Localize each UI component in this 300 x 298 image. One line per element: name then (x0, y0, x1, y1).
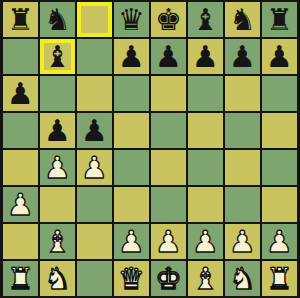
piece-white-bishop-b2[interactable]: ♝ (44, 224, 71, 259)
piece-white-pawn-f2[interactable]: ♟ (192, 224, 219, 259)
square-d3[interactable] (114, 187, 149, 222)
chess-board: ♜♞♛♚♝♞♜♝♟♟♟♟♟♟♟♟♟♟♟♝♟♟♟♟♟♜♞♛♚♝♞♜ (1, 0, 299, 298)
square-b6[interactable] (40, 76, 75, 111)
square-h1[interactable]: ♜ (262, 261, 297, 296)
square-c2[interactable] (77, 224, 112, 259)
piece-white-rook-a1[interactable]: ♜ (7, 261, 34, 296)
square-e1[interactable]: ♚ (151, 261, 186, 296)
piece-black-bishop-b7[interactable]: ♝ (44, 39, 71, 74)
square-a2[interactable] (3, 224, 38, 259)
piece-black-rook-a8[interactable]: ♜ (7, 2, 34, 37)
square-g4[interactable] (225, 150, 260, 185)
piece-white-rook-h1[interactable]: ♜ (266, 261, 293, 296)
square-c6[interactable] (77, 76, 112, 111)
square-b1[interactable]: ♞ (40, 261, 75, 296)
square-d5[interactable] (114, 113, 149, 148)
square-b7[interactable]: ♝ (40, 39, 75, 74)
square-g8[interactable]: ♞ (225, 2, 260, 37)
piece-black-pawn-f7[interactable]: ♟ (192, 39, 219, 74)
square-c1[interactable] (77, 261, 112, 296)
square-f7[interactable]: ♟ (188, 39, 223, 74)
square-f5[interactable] (188, 113, 223, 148)
square-b4[interactable]: ♟ (40, 150, 75, 185)
piece-black-pawn-a6[interactable]: ♟ (7, 76, 34, 111)
piece-black-queen-d8[interactable]: ♛ (118, 2, 145, 37)
square-b2[interactable]: ♝ (40, 224, 75, 259)
square-a4[interactable] (3, 150, 38, 185)
square-a6[interactable]: ♟ (3, 76, 38, 111)
piece-black-bishop-f8[interactable]: ♝ (192, 2, 219, 37)
square-e5[interactable] (151, 113, 186, 148)
square-g7[interactable]: ♟ (225, 39, 260, 74)
square-h3[interactable] (262, 187, 297, 222)
piece-white-pawn-e2[interactable]: ♟ (155, 224, 182, 259)
square-f6[interactable] (188, 76, 223, 111)
square-g5[interactable] (225, 113, 260, 148)
piece-white-pawn-c4[interactable]: ♟ (81, 150, 108, 185)
square-d8[interactable]: ♛ (114, 2, 149, 37)
piece-white-king-e1[interactable]: ♚ (155, 261, 182, 296)
square-d6[interactable] (114, 76, 149, 111)
square-b3[interactable] (40, 187, 75, 222)
piece-black-king-e8[interactable]: ♚ (155, 2, 182, 37)
piece-white-pawn-h2[interactable]: ♟ (266, 224, 293, 259)
piece-white-pawn-g2[interactable]: ♟ (229, 224, 256, 259)
square-d4[interactable] (114, 150, 149, 185)
square-f4[interactable] (188, 150, 223, 185)
piece-black-pawn-h7[interactable]: ♟ (266, 39, 293, 74)
square-a3[interactable]: ♟ (3, 187, 38, 222)
piece-black-knight-b8[interactable]: ♞ (44, 2, 71, 37)
piece-white-bishop-f1[interactable]: ♝ (192, 261, 219, 296)
square-a8[interactable]: ♜ (3, 2, 38, 37)
square-a7[interactable] (3, 39, 38, 74)
square-c3[interactable] (77, 187, 112, 222)
square-e2[interactable]: ♟ (151, 224, 186, 259)
square-c8[interactable] (77, 2, 112, 37)
piece-black-pawn-b5[interactable]: ♟ (44, 113, 71, 148)
square-b8[interactable]: ♞ (40, 2, 75, 37)
square-e6[interactable] (151, 76, 186, 111)
piece-white-pawn-d2[interactable]: ♟ (118, 224, 145, 259)
square-f3[interactable] (188, 187, 223, 222)
square-g1[interactable]: ♞ (225, 261, 260, 296)
square-h4[interactable] (262, 150, 297, 185)
square-b5[interactable]: ♟ (40, 113, 75, 148)
piece-black-pawn-g7[interactable]: ♟ (229, 39, 256, 74)
piece-black-pawn-e7[interactable]: ♟ (155, 39, 182, 74)
square-d7[interactable]: ♟ (114, 39, 149, 74)
square-h2[interactable]: ♟ (262, 224, 297, 259)
square-d2[interactable]: ♟ (114, 224, 149, 259)
piece-black-rook-h8[interactable]: ♜ (266, 2, 293, 37)
square-g2[interactable]: ♟ (225, 224, 260, 259)
square-g3[interactable] (225, 187, 260, 222)
square-a5[interactable] (3, 113, 38, 148)
piece-white-knight-g1[interactable]: ♞ (229, 261, 256, 296)
piece-black-pawn-d7[interactable]: ♟ (118, 39, 145, 74)
piece-black-knight-g8[interactable]: ♞ (229, 2, 256, 37)
square-f1[interactable]: ♝ (188, 261, 223, 296)
square-c7[interactable] (77, 39, 112, 74)
square-f8[interactable]: ♝ (188, 2, 223, 37)
square-e8[interactable]: ♚ (151, 2, 186, 37)
square-e3[interactable] (151, 187, 186, 222)
piece-white-pawn-a3[interactable]: ♟ (7, 187, 34, 222)
piece-white-knight-b1[interactable]: ♞ (44, 261, 71, 296)
piece-white-queen-d1[interactable]: ♛ (118, 261, 145, 296)
square-f2[interactable]: ♟ (188, 224, 223, 259)
square-c4[interactable]: ♟ (77, 150, 112, 185)
square-e4[interactable] (151, 150, 186, 185)
square-h7[interactable]: ♟ (262, 39, 297, 74)
square-h8[interactable]: ♜ (262, 2, 297, 37)
piece-white-pawn-b4[interactable]: ♟ (44, 150, 71, 185)
square-a1[interactable]: ♜ (3, 261, 38, 296)
chess-board-window: ♜♞♛♚♝♞♜♝♟♟♟♟♟♟♟♟♟♟♟♝♟♟♟♟♟♜♞♛♚♝♞♜ (0, 0, 300, 298)
square-c5[interactable]: ♟ (77, 113, 112, 148)
square-g6[interactable] (225, 76, 260, 111)
square-h6[interactable] (262, 76, 297, 111)
square-d1[interactable]: ♛ (114, 261, 149, 296)
square-h5[interactable] (262, 113, 297, 148)
piece-black-pawn-c5[interactable]: ♟ (81, 113, 108, 148)
square-e7[interactable]: ♟ (151, 39, 186, 74)
